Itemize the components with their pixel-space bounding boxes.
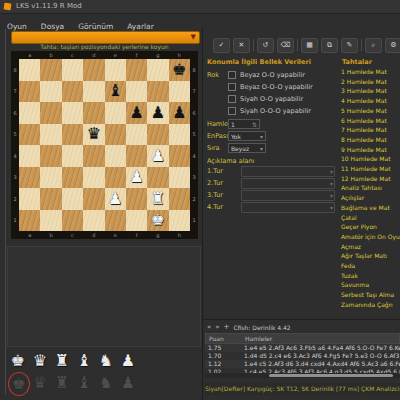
move-number-spinner[interactable]: 1 ⇅	[228, 119, 260, 129]
black-queen-d5[interactable]: ♛	[87, 126, 101, 142]
black-bishop-e7[interactable]: ♝	[108, 83, 122, 99]
rank-label-left-4: 4	[11, 145, 19, 167]
square-h2[interactable]	[169, 188, 190, 210]
square-a2[interactable]	[19, 188, 40, 210]
palette-white-king[interactable]: ♚	[8, 350, 28, 372]
notes-label: Açıklama alanı	[207, 157, 254, 165]
file-label-top-b: b	[40, 51, 61, 59]
palette-black-queen[interactable]: ♛	[30, 372, 50, 394]
positions-list-item[interactable]: Bağlama ve Mat	[341, 203, 400, 213]
positions-list-item[interactable]: 10 Hamlede Mat	[341, 154, 400, 164]
file-label-bottom-c: c	[62, 231, 83, 239]
analysis-moves: 1.e4 c5 2.Af3 d6 3.d4 cxd4 4.Axd4 Af6 5.…	[244, 360, 400, 368]
analysis-engine-label: Cfish: Derinlik 4.42	[233, 324, 290, 331]
positions-list-item[interactable]: 11 Hamlede Mat	[341, 164, 400, 174]
square-g1[interactable]: ♚	[147, 210, 168, 232]
white-pawn-f3[interactable]: ♟	[129, 169, 143, 185]
file-label-top-e: e	[105, 51, 126, 59]
square-g5[interactable]	[147, 124, 168, 146]
square-f1[interactable]	[126, 210, 147, 232]
next-icon[interactable]: »	[215, 323, 219, 331]
checkbox-label: Siyah O-O-O yapabilir	[240, 107, 311, 115]
chevron-down-icon: ▾	[260, 133, 263, 140]
positions-list-item[interactable]: Analiz Tahtası	[341, 183, 400, 193]
square-f6[interactable]: ♟	[126, 102, 147, 124]
toolbar-separator	[361, 39, 362, 51]
square-a5[interactable]	[19, 124, 40, 146]
square-f7[interactable]	[126, 81, 147, 103]
square-h7[interactable]	[169, 81, 190, 103]
app-window: LKS v1.11.9 R Mod OyunDosyaGörünümAyarla…	[0, 0, 400, 400]
menu-item-ayarlar[interactable]: Ayarlar	[127, 22, 154, 31]
rank-label-right-2: 2	[190, 188, 198, 210]
square-d6[interactable]	[83, 102, 104, 124]
menu-item-görünüm[interactable]: Görünüm	[78, 22, 113, 31]
castling-checkbox-row: Siyah O-O-O yapabilir	[228, 106, 311, 115]
square-b1[interactable]	[40, 210, 61, 232]
right-panel: ✓✕↺⌫▦⧉✎⌕⚙☰ Konumla İlgili Bellek Veriler…	[203, 27, 400, 400]
edit-button[interactable]: ✎	[341, 38, 358, 53]
positions-list-item[interactable]: Feda	[341, 261, 400, 271]
rank-label-right-3: 3	[190, 167, 198, 189]
field-label: 1.Tur	[207, 167, 223, 175]
turn-label: Sıra	[207, 144, 220, 152]
checkbox[interactable]	[228, 83, 236, 91]
positions-list-item[interactable]: 12 Hamlede Mat	[341, 174, 400, 184]
square-h6[interactable]: ♟	[169, 102, 190, 124]
chevron-down-icon: ▾	[260, 145, 263, 152]
left-panel-border	[5, 29, 6, 395]
square-b2[interactable]	[40, 188, 61, 210]
square-e5[interactable]	[105, 124, 126, 146]
square-a6[interactable]	[19, 102, 40, 124]
file-label-top-h: h	[169, 51, 190, 59]
analysis-moves: 1.d4 d5 2.c4 e6 3.Ac3 Af6 4.Fg5 Fe7 5.e3…	[244, 352, 400, 360]
castling-checkbox-row: Siyah O-O yapabilir	[228, 94, 303, 103]
side-to-move-dropdown[interactable]: Beyaz ▾	[228, 143, 266, 153]
square-e3[interactable]	[105, 167, 126, 189]
square-g6[interactable]: ♟	[147, 102, 168, 124]
square-c6[interactable]	[62, 102, 83, 124]
square-f4[interactable]	[126, 145, 147, 167]
rank-label-left-2: 2	[11, 188, 19, 210]
board-caption: Tahta: taşları pozisyondaki yerlerine ko…	[11, 43, 198, 50]
square-d4[interactable]	[83, 145, 104, 167]
square-b8[interactable]	[40, 59, 61, 81]
square-c7[interactable]	[62, 81, 83, 103]
square-d5[interactable]: ♛	[83, 124, 104, 146]
square-c1[interactable]	[62, 210, 83, 232]
white-pawn-e2[interactable]: ♟	[108, 191, 122, 207]
analysis-table-header: Puan Hamleler	[205, 333, 400, 344]
black-pawn-g6[interactable]: ♟	[151, 105, 165, 121]
square-a4[interactable]	[19, 145, 40, 167]
palette-black-king[interactable]: ♚	[8, 372, 30, 396]
rank-label-left-7: 7	[11, 81, 19, 103]
positions-list-item[interactable]: Açmaz	[341, 242, 400, 252]
white-king-g1[interactable]: ♚	[151, 212, 165, 228]
field-mark-icon: ▾	[330, 204, 333, 211]
rank-label-right-1: 1	[190, 210, 198, 232]
text-field-4[interactable]: ▾	[241, 202, 335, 213]
cancel-button[interactable]: ✕	[233, 38, 250, 53]
square-a3[interactable]	[19, 167, 40, 189]
file-label-bottom-b: b	[40, 231, 61, 239]
file-label-bottom-f: f	[126, 231, 147, 239]
form-header: Konumla İlgili Bellek Verileri	[207, 58, 311, 66]
palette-white-queen[interactable]: ♛	[30, 350, 50, 372]
square-e4[interactable]	[105, 145, 126, 167]
square-d2[interactable]	[83, 188, 104, 210]
column-puan: Puan	[206, 334, 245, 343]
rank-label-right-5: 5	[190, 124, 198, 146]
square-e1[interactable]	[105, 210, 126, 232]
square-b5[interactable]	[40, 124, 61, 146]
rank-label-left-5: 5	[11, 124, 19, 146]
comment-panel	[7, 246, 201, 347]
analysis-score: 1.75	[205, 344, 244, 352]
palette-white-rook[interactable]: ♜	[52, 350, 72, 372]
field-mark-icon: ▾	[330, 168, 333, 175]
rank-label-right-6: 6	[190, 102, 198, 124]
square-b7[interactable]	[40, 81, 61, 103]
palette-black-knight[interactable]: ♞	[96, 372, 116, 394]
palette-black-pieces: ♚♛♜♝♞♟	[8, 372, 198, 394]
palette-black-pawn[interactable]: ♟	[118, 372, 138, 394]
file-label-bottom-h: h	[169, 231, 190, 239]
menu-item-dosya[interactable]: Dosya	[41, 22, 64, 31]
enpassant-dropdown[interactable]: Yok ▾	[228, 131, 266, 141]
file-label-bottom-e: e	[105, 231, 126, 239]
field-label: 2.Tur	[207, 179, 223, 187]
square-e8[interactable]	[105, 59, 126, 81]
square-f2[interactable]	[126, 188, 147, 210]
positions-list-item[interactable]: Ağır Taşlar Matı	[341, 251, 400, 261]
square-e6[interactable]	[105, 102, 126, 124]
black-pawn-f6[interactable]: ♟	[129, 105, 143, 121]
accept-button[interactable]: ✓	[213, 38, 230, 53]
square-c8[interactable]	[62, 59, 83, 81]
toolbar-separator	[297, 39, 298, 51]
positions-list-item[interactable]: Zamanında Çağrı	[341, 300, 400, 310]
rank-label-right-8: 8	[190, 59, 198, 81]
black-pawn-h6[interactable]: ♟	[172, 105, 186, 121]
positions-list-item[interactable]: Savunma	[341, 280, 400, 290]
square-e2[interactable]: ♟	[105, 188, 126, 210]
rank-label-right-4: 4	[190, 145, 198, 167]
white-pawn-g4[interactable]: ♟	[151, 148, 165, 164]
scrollbar-thumb[interactable]	[269, 374, 393, 377]
corner	[190, 51, 198, 59]
square-a8[interactable]	[19, 59, 40, 81]
square-g3[interactable]	[147, 167, 168, 189]
analysis-row[interactable]: 1.121.e4 c5 2.Af3 d6 3.d4 cxd4 4.Axd4 Af…	[205, 360, 400, 368]
prev-icon[interactable]: «	[207, 323, 211, 331]
square-d7[interactable]	[83, 81, 104, 103]
palette-white-pieces: ♚♛♜♝♞♟	[8, 350, 198, 372]
file-label-bottom-d: d	[83, 231, 104, 239]
field-mark-icon: ▾	[330, 180, 333, 187]
field-label: 4.Tur	[207, 203, 223, 211]
black-king-h8[interactable]: ♚	[172, 62, 186, 78]
analysis-row[interactable]: 1.701.d4 d5 2.c4 e6 3.Ac3 Af6 4.Fg5 Fe7 …	[205, 352, 400, 360]
rank-label-left-3: 3	[11, 167, 19, 189]
palette-white-bishop[interactable]: ♝	[74, 350, 94, 372]
castling-checkbox-row: Beyaz O-O-O yapabilir	[228, 82, 313, 91]
analysis-moves: 1.e4 e5 2.Af3 Ac6 3.Fb5 a6 4.Fa4 Af6 5.O…	[244, 344, 400, 352]
checkbox-label: Beyaz O-O-O yapabilir	[240, 83, 313, 91]
copy-button[interactable]: ⧉	[321, 38, 338, 53]
corner	[11, 231, 19, 239]
move-label: Hamle	[207, 120, 228, 128]
square-d8[interactable]	[83, 59, 104, 81]
positions-list-item[interactable]: Serbest Taşı Alma	[341, 290, 400, 300]
positions-list-item[interactable]: Amatör için On Oyun	[341, 232, 400, 242]
chess-board[interactable]: abcdefgh8♚87♝76♟♟♟65♛54♟43♟32♟♜21♚1abcde…	[11, 51, 198, 239]
search-button[interactable]: ⌕	[365, 38, 382, 53]
square-e7[interactable]: ♝	[105, 81, 126, 103]
positions-list-item[interactable]: Tuzak	[341, 271, 400, 281]
positions-list-item[interactable]: 7 Hamlede Mat	[341, 125, 400, 135]
paste-button[interactable]: ▦	[301, 38, 318, 53]
file-label-top-c: c	[62, 51, 83, 59]
title-bar: LKS v1.11.9 R Mod	[0, 0, 400, 14]
text-field-3[interactable]: ▾	[241, 190, 335, 201]
square-h4[interactable]	[169, 145, 190, 167]
settings-button[interactable]: ⚙	[385, 38, 400, 53]
square-h8[interactable]: ♚	[169, 59, 190, 81]
palette-black-rook[interactable]: ♜	[52, 372, 72, 394]
square-h5[interactable]	[169, 124, 190, 146]
app-icon	[4, 3, 12, 11]
checkbox[interactable]	[228, 71, 236, 79]
square-g2[interactable]: ♜	[147, 188, 168, 210]
menu-bar: OyunDosyaGörünümAyarlar	[0, 14, 400, 27]
positions-list-item[interactable]: 5 Hamlede Mat	[341, 106, 400, 116]
checkbox-label: Beyaz O-O yapabilir	[240, 71, 305, 79]
file-label-bottom-g: g	[147, 231, 168, 239]
square-c3[interactable]	[62, 167, 83, 189]
positions-list-item[interactable]: 4 Hamlede Mat	[341, 96, 400, 106]
analysis-row[interactable]: 1.751.e4 e5 2.Af3 Ac6 3.Fb5 a6 4.Fa4 Af6…	[205, 344, 400, 352]
analysis-separator	[203, 319, 400, 320]
positions-list-item[interactable]: 9 Hamlede Mat	[341, 145, 400, 155]
palette-white-pawn[interactable]: ♟	[118, 350, 138, 372]
field-mark-icon: ▾	[330, 192, 333, 199]
positions-list-item[interactable]: 6 Hamlede Mat	[341, 116, 400, 126]
corner	[190, 231, 198, 239]
rank-label-left-8: 8	[11, 59, 19, 81]
analysis-score: 1.70	[205, 352, 244, 360]
window-title: LKS v1.11.9 R Mod	[16, 2, 82, 10]
checkbox-label: Siyah O-O yapabilir	[240, 95, 303, 103]
file-label-top-a: a	[19, 51, 40, 59]
corner	[11, 51, 19, 59]
start-position-button[interactable]: ↺	[257, 38, 274, 53]
spinner-arrows-icon[interactable]: ⇅	[252, 121, 257, 128]
palette-black-bishop[interactable]: ♝	[74, 372, 94, 394]
positions-list-item[interactable]: 3 Hamlede Mat	[341, 86, 400, 96]
square-d3[interactable]	[83, 167, 104, 189]
field-label: 3.Tur	[207, 191, 223, 199]
square-a7[interactable]	[19, 81, 40, 103]
square-b6[interactable]	[40, 102, 61, 124]
palette-white-knight[interactable]: ♞	[96, 350, 116, 372]
positions-list: 1 Hamlede Mat2 Hamlede Mat3 Hamlede Mat4…	[341, 67, 400, 335]
toolbar-separator	[253, 39, 254, 51]
rank-label-left-6: 6	[11, 102, 19, 124]
rank-label-right-7: 7	[190, 81, 198, 103]
square-h1[interactable]	[169, 210, 190, 232]
square-f3[interactable]: ♟	[126, 167, 147, 189]
positions-list-item[interactable]: 1 Hamlede Mat	[341, 67, 400, 77]
positions-list-item[interactable]: 8 Hamlede Mat	[341, 135, 400, 145]
checkbox[interactable]	[228, 95, 236, 103]
checkbox[interactable]	[228, 107, 236, 115]
positions-list-item[interactable]: 2 Hamlede Mat	[341, 77, 400, 87]
rank-label-left-1: 1	[11, 210, 19, 232]
editor-toolbar: ✓✕↺⌫▦⧉✎⌕⚙☰	[213, 38, 400, 52]
positions-list-item[interactable]: Geçer Piyon	[341, 222, 400, 232]
square-c2[interactable]	[62, 188, 83, 210]
white-rook-g2[interactable]: ♜	[151, 191, 165, 207]
square-b3[interactable]	[40, 167, 61, 189]
square-d1[interactable]	[83, 210, 104, 232]
menu-item-oyun[interactable]: Oyun	[7, 22, 27, 31]
status-bar: Siyah[Defter] Karşıgüç: 5K T12, 5K Derin…	[205, 383, 400, 395]
castling-checkbox-row: Beyaz O-O yapabilir	[228, 70, 305, 79]
file-label-top-d: d	[83, 51, 104, 59]
square-g4[interactable]: ♟	[147, 145, 168, 167]
add-icon[interactable]: +	[224, 323, 230, 331]
analysis-table: Puan Hamleler 1.751.e4 e5 2.Af3 Ac6 3.Fb…	[205, 333, 400, 376]
file-label-top-f: f	[126, 51, 147, 59]
horizontal-scrollbar[interactable]	[205, 373, 400, 378]
analysis-score: 1.12	[205, 360, 244, 368]
square-c5[interactable]	[62, 124, 83, 146]
square-c4[interactable]	[62, 145, 83, 167]
square-b4[interactable]	[40, 145, 61, 167]
square-g7[interactable]	[147, 81, 168, 103]
square-g8[interactable]	[147, 59, 168, 81]
square-f8[interactable]	[126, 59, 147, 81]
positions-list-header: Tahtalar	[342, 58, 372, 66]
file-label-top-g: g	[147, 51, 168, 59]
file-label-bottom-a: a	[19, 231, 40, 239]
column-hamleler: Hamleler	[245, 334, 272, 343]
text-field-1[interactable]: ▾	[241, 166, 335, 177]
square-f5[interactable]	[126, 124, 147, 146]
castling-label: Rok	[207, 71, 219, 79]
analysis-table-body: 1.751.e4 e5 2.Af3 Ac6 3.Fb5 a6 4.Fa4 Af6…	[205, 344, 400, 376]
positions-list-item[interactable]: Açılışlar	[341, 193, 400, 203]
chevron-down-icon: ▼	[191, 33, 196, 41]
positions-list-item[interactable]: Çatal	[341, 213, 400, 223]
square-h3[interactable]	[169, 167, 190, 189]
clear-board-button[interactable]: ⌫	[277, 38, 294, 53]
text-field-2[interactable]: ▾	[241, 178, 335, 189]
analysis-toolbar: «»+Cfish: Derinlik 4.42	[207, 322, 291, 332]
square-a1[interactable]	[19, 210, 40, 232]
